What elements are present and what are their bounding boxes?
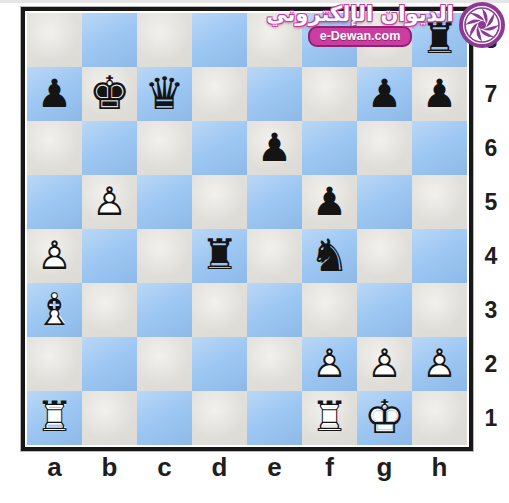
white-pawn-h2: ♟♙ <box>412 337 467 391</box>
white-pawn-f2: ♟♙ <box>302 337 357 391</box>
square-h6 <box>412 121 467 175</box>
square-d5 <box>192 175 247 229</box>
white-rook-a1: ♜♖ <box>27 391 82 445</box>
file-label-f: f <box>302 452 357 483</box>
square-b4 <box>82 229 137 283</box>
square-c1 <box>137 391 192 445</box>
square-b7: ♚ <box>82 67 137 121</box>
rank-label-5: 5 <box>477 175 505 229</box>
square-a4: ♟♙ <box>27 229 82 283</box>
e-dewan-logo-icon <box>458 1 506 49</box>
square-g1: ♚♔ <box>357 391 412 445</box>
square-h7: ♟ <box>412 67 467 121</box>
square-b8 <box>82 13 137 67</box>
square-g3 <box>357 283 412 337</box>
square-c7: ♛ <box>137 67 192 121</box>
square-c3 <box>137 283 192 337</box>
white-pawn-b5: ♟♙ <box>82 175 137 229</box>
square-g5 <box>357 175 412 229</box>
square-a8 <box>27 13 82 67</box>
black-pawn-g7: ♟ <box>357 67 412 121</box>
square-f6 <box>302 121 357 175</box>
square-b5: ♟♙ <box>82 175 137 229</box>
square-h4 <box>412 229 467 283</box>
square-g4 <box>357 229 412 283</box>
black-pawn-h7: ♟ <box>412 67 467 121</box>
white-bishop-a3: ♝♗ <box>27 283 82 337</box>
square-e3 <box>247 283 302 337</box>
square-h2: ♟♙ <box>412 337 467 391</box>
square-d2 <box>192 337 247 391</box>
file-label-g: g <box>357 452 412 483</box>
square-b1 <box>82 391 137 445</box>
file-label-e: e <box>247 452 302 483</box>
square-e7 <box>247 67 302 121</box>
square-f7 <box>302 67 357 121</box>
chess-diagram-page: ♜♟♚♛♟♟♟♟♙♟♟♙♜♞♝♗♟♙♟♙♟♙♜♖♜♖♚♔ abcdefgh 87… <box>0 0 509 503</box>
square-c8 <box>137 13 192 67</box>
square-d7 <box>192 67 247 121</box>
square-e2 <box>247 337 302 391</box>
chess-board-frame: ♜♟♚♛♟♟♟♟♙♟♟♙♜♞♝♗♟♙♟♙♟♙♜♖♜♖♚♔ <box>21 7 473 451</box>
square-a3: ♝♗ <box>27 283 82 337</box>
watermark-title: الديوان الإلكتروني <box>265 2 455 26</box>
rank-label-4: 4 <box>477 229 505 283</box>
black-rook-d4: ♜ <box>192 229 247 283</box>
file-label-h: h <box>412 452 467 483</box>
black-knight-f4: ♞ <box>302 229 357 283</box>
file-label-c: c <box>137 452 192 483</box>
square-b3 <box>82 283 137 337</box>
rank-label-2: 2 <box>477 337 505 391</box>
black-pawn-a7: ♟ <box>27 67 82 121</box>
square-h1 <box>412 391 467 445</box>
rank-label-7: 7 <box>477 67 505 121</box>
watermark: الديوان الإلكتروني e-Dewan.com <box>265 2 455 47</box>
square-a1: ♜♖ <box>27 391 82 445</box>
white-pawn-g2: ♟♙ <box>357 337 412 391</box>
file-labels: abcdefgh <box>27 452 467 483</box>
square-f5: ♟ <box>302 175 357 229</box>
white-rook-f1: ♜♖ <box>302 391 357 445</box>
rank-label-1: 1 <box>477 391 505 445</box>
rank-label-3: 3 <box>477 283 505 337</box>
square-b6 <box>82 121 137 175</box>
square-a2 <box>27 337 82 391</box>
square-f2: ♟♙ <box>302 337 357 391</box>
square-c2 <box>137 337 192 391</box>
chess-board: ♜♟♚♛♟♟♟♟♙♟♟♙♜♞♝♗♟♙♟♙♟♙♜♖♜♖♚♔ <box>27 13 467 445</box>
square-d6 <box>192 121 247 175</box>
square-g6 <box>357 121 412 175</box>
square-e5 <box>247 175 302 229</box>
square-e4 <box>247 229 302 283</box>
square-e1 <box>247 391 302 445</box>
square-d4: ♜ <box>192 229 247 283</box>
square-a7: ♟ <box>27 67 82 121</box>
square-g2: ♟♙ <box>357 337 412 391</box>
square-d3 <box>192 283 247 337</box>
rank-label-6: 6 <box>477 121 505 175</box>
watermark-site-badge: e-Dewan.com <box>308 26 413 47</box>
file-label-d: d <box>192 452 247 483</box>
square-f1: ♜♖ <box>302 391 357 445</box>
file-label-b: b <box>82 452 137 483</box>
square-a5 <box>27 175 82 229</box>
file-label-a: a <box>27 452 82 483</box>
square-c5 <box>137 175 192 229</box>
square-b2 <box>82 337 137 391</box>
white-pawn-a4: ♟♙ <box>27 229 82 283</box>
square-e6: ♟ <box>247 121 302 175</box>
square-g7: ♟ <box>357 67 412 121</box>
black-pawn-f5: ♟ <box>302 175 357 229</box>
black-queen-c7: ♛ <box>137 67 192 121</box>
black-pawn-e6: ♟ <box>247 121 302 175</box>
black-king-b7: ♚ <box>82 67 137 121</box>
square-c4 <box>137 229 192 283</box>
square-h5 <box>412 175 467 229</box>
square-h3 <box>412 283 467 337</box>
square-f4: ♞ <box>302 229 357 283</box>
white-king-g1: ♚♔ <box>357 391 412 445</box>
square-a6 <box>27 121 82 175</box>
square-d8 <box>192 13 247 67</box>
square-d1 <box>192 391 247 445</box>
rank-labels: 87654321 <box>477 13 505 445</box>
square-c6 <box>137 121 192 175</box>
square-f3 <box>302 283 357 337</box>
